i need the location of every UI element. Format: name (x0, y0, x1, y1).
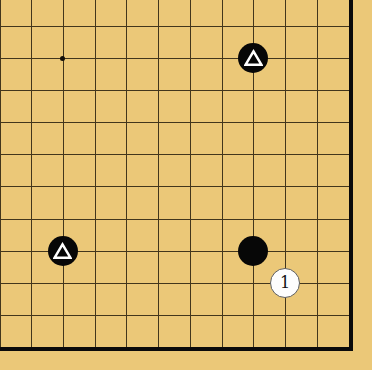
black-stone-q4 (238, 236, 268, 266)
white-stone-r3: 1 (270, 268, 300, 298)
star-point-k10 (60, 56, 65, 61)
triangle-mark-icon (53, 242, 72, 260)
move-number-label: 1 (280, 274, 290, 290)
black-stone-q10 (238, 43, 268, 73)
black-stone-k4 (48, 236, 78, 266)
stones-layer: 1 (0, 0, 372, 370)
triangle-mark-icon (244, 49, 263, 67)
go-board-diagram: 1 (0, 0, 372, 370)
